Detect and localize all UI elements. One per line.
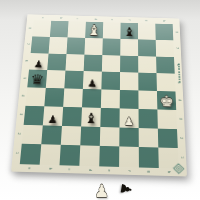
coord-label: 3 xyxy=(178,118,182,120)
piece-black-bishop[interactable]: ♝ xyxy=(84,111,98,125)
square-e4[interactable] xyxy=(101,89,120,108)
piece-white-pawn[interactable]: ♟ xyxy=(124,116,134,127)
coord-label: d xyxy=(88,168,92,171)
square-b3[interactable]: ♟ xyxy=(43,106,63,125)
coord-label: b xyxy=(48,167,52,170)
square-c1[interactable] xyxy=(59,145,80,166)
piece-white-bishop[interactable]: ♝ xyxy=(86,23,101,37)
coord-label: 2 xyxy=(179,137,183,139)
coord-label: a xyxy=(41,17,45,19)
square-b1[interactable] xyxy=(40,144,61,165)
coord-label: h xyxy=(167,170,171,173)
square-b5[interactable] xyxy=(46,70,66,88)
square-f8[interactable]: ♝ xyxy=(120,23,138,40)
coord-label: f xyxy=(128,19,131,20)
square-d1[interactable] xyxy=(79,146,99,167)
square-e3[interactable] xyxy=(100,108,119,127)
square-f3[interactable]: ♟ xyxy=(119,108,138,127)
square-c7[interactable] xyxy=(66,37,85,54)
photo-background: abcdefgh abcdefgh 87654321 87654321 ♝♝♟♛… xyxy=(0,0,200,200)
piece-black-pawn[interactable]: ♟ xyxy=(33,60,44,70)
diamond-brand-logo-icon xyxy=(172,163,184,175)
square-g6[interactable] xyxy=(138,56,156,74)
square-b7[interactable] xyxy=(49,37,68,54)
square-c6[interactable] xyxy=(65,54,84,72)
square-c5[interactable] xyxy=(64,71,83,89)
square-c8[interactable] xyxy=(68,21,86,37)
square-d2[interactable] xyxy=(80,126,100,146)
square-d5[interactable]: ♟ xyxy=(83,71,102,89)
piece-black-bishop[interactable]: ♝ xyxy=(123,26,136,38)
coord-label: 1 xyxy=(180,156,184,158)
square-a5[interactable]: ♛ xyxy=(27,70,47,88)
off-board-white-pawn[interactable]: ♟ xyxy=(94,183,109,200)
square-a8[interactable] xyxy=(32,20,51,36)
coord-label: 7 xyxy=(175,47,179,49)
board-perspective-wrap: abcdefgh abcdefgh 87654321 87654321 ♝♝♟♛… xyxy=(11,14,187,176)
square-h7[interactable] xyxy=(156,40,174,57)
coord-label: 5 xyxy=(23,77,27,79)
coord-label: e xyxy=(111,19,114,21)
coord-label: 4 xyxy=(21,95,25,97)
coord-label: 8 xyxy=(175,31,179,33)
coord-label: 2 xyxy=(17,132,21,134)
square-f2[interactable] xyxy=(119,127,139,147)
square-h6[interactable] xyxy=(156,56,175,74)
coord-label: c xyxy=(68,168,72,170)
square-d3[interactable]: ♝ xyxy=(81,107,101,126)
square-a6[interactable]: ♟ xyxy=(29,53,49,71)
square-f5[interactable] xyxy=(120,72,139,90)
chess-board: ♝♝♟♛♟♚♟♝♟ xyxy=(20,20,179,168)
square-g3[interactable] xyxy=(139,109,158,128)
piece-white-king[interactable]: ♚ xyxy=(159,94,174,109)
square-c4[interactable] xyxy=(63,88,83,107)
square-a3[interactable] xyxy=(24,106,45,125)
coord-label: 7 xyxy=(26,43,30,45)
square-g7[interactable] xyxy=(138,39,156,56)
coord-label: f xyxy=(127,170,131,171)
coord-label: h xyxy=(162,20,166,22)
coord-label: e xyxy=(108,169,112,171)
square-h8[interactable] xyxy=(155,24,173,41)
square-f4[interactable] xyxy=(120,90,139,109)
square-b8[interactable] xyxy=(50,21,69,37)
square-a4[interactable] xyxy=(25,87,45,106)
square-c2[interactable] xyxy=(61,125,81,145)
square-a7[interactable] xyxy=(31,36,50,53)
coord-label: 6 xyxy=(24,60,28,62)
square-h4[interactable]: ♚ xyxy=(157,91,176,110)
off-board-black-pawn[interactable]: ♟ xyxy=(118,182,134,197)
square-f6[interactable] xyxy=(120,55,138,73)
coord-label: g xyxy=(146,170,150,173)
coord-label: d xyxy=(93,18,97,20)
coord-label: a xyxy=(27,167,31,169)
square-d8[interactable]: ♝ xyxy=(85,22,103,38)
square-e5[interactable] xyxy=(101,72,120,90)
square-g1[interactable] xyxy=(139,147,159,168)
coord-label: 8 xyxy=(28,27,32,29)
square-a1[interactable] xyxy=(20,144,41,165)
chess-mat: abcdefgh abcdefgh 87654321 87654321 ♝♝♟♛… xyxy=(11,14,187,176)
coord-label: 1 xyxy=(15,152,19,154)
square-d4[interactable] xyxy=(82,89,101,108)
square-h3[interactable] xyxy=(157,109,177,128)
square-g2[interactable] xyxy=(139,128,159,148)
square-d7[interactable] xyxy=(84,38,102,55)
coord-label: g xyxy=(144,20,147,22)
square-f7[interactable] xyxy=(120,39,138,56)
square-f1[interactable] xyxy=(119,147,139,168)
square-g4[interactable] xyxy=(138,90,157,109)
square-e7[interactable] xyxy=(102,38,120,55)
coord-label: 4 xyxy=(178,99,182,101)
square-e1[interactable] xyxy=(99,146,119,167)
square-b6[interactable] xyxy=(47,53,66,71)
coord-label: c xyxy=(76,18,80,20)
square-h2[interactable] xyxy=(158,128,178,148)
square-e6[interactable] xyxy=(102,55,120,73)
piece-black-pawn[interactable]: ♟ xyxy=(47,114,58,125)
square-h5[interactable] xyxy=(157,73,176,91)
square-e8[interactable] xyxy=(103,22,121,38)
coord-label: 3 xyxy=(19,113,23,115)
square-g8[interactable] xyxy=(138,23,156,40)
square-c3[interactable] xyxy=(62,107,82,126)
piece-black-queen[interactable]: ♛ xyxy=(30,73,45,87)
square-e2[interactable] xyxy=(100,127,120,147)
piece-black-pawn[interactable]: ♟ xyxy=(87,78,97,88)
square-b2[interactable] xyxy=(41,125,62,145)
square-b4[interactable] xyxy=(44,88,64,107)
coord-label: b xyxy=(59,17,63,19)
square-g5[interactable] xyxy=(138,73,157,91)
square-d6[interactable] xyxy=(84,54,103,72)
square-a2[interactable] xyxy=(22,124,43,144)
